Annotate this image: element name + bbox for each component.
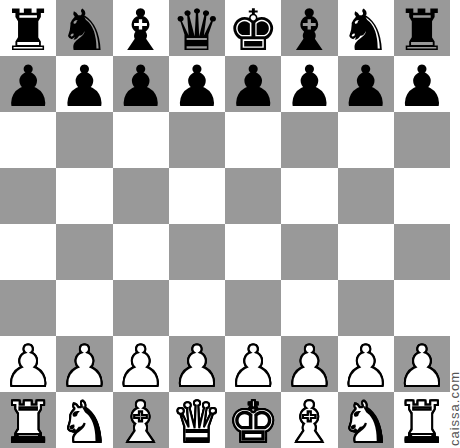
square-g5[interactable] (338, 168, 394, 224)
square-g6[interactable] (338, 112, 394, 168)
square-c7[interactable]: ♟ (113, 56, 169, 112)
square-g1[interactable]: ♞ (338, 392, 394, 448)
square-e7[interactable]: ♟ (225, 56, 281, 112)
square-f2[interactable]: ♟ (281, 336, 337, 392)
square-d6[interactable] (169, 112, 225, 168)
square-a2[interactable]: ♟ (0, 336, 56, 392)
piece-white-rook: ♜ (3, 394, 54, 448)
piece-white-pawn: ♟ (396, 338, 447, 395)
piece-black-queen: ♛ (171, 2, 222, 59)
piece-white-pawn: ♟ (115, 338, 166, 395)
piece-white-bishop: ♝ (115, 394, 166, 448)
piece-white-bishop: ♝ (284, 394, 335, 448)
square-b7[interactable]: ♟ (56, 56, 112, 112)
piece-black-knight: ♞ (340, 2, 391, 59)
square-d2[interactable]: ♟ (169, 336, 225, 392)
square-d4[interactable] (169, 224, 225, 280)
chess-diagram: ♜♞♝♛♚♝♞♜♟♟♟♟♟♟♟♟♟♟♟♟♟♟♟♟♜♞♝♛♚♝♞♜ caissa.… (0, 0, 460, 448)
square-d5[interactable] (169, 168, 225, 224)
square-h6[interactable] (394, 112, 450, 168)
caissa-watermark: caissa.com (447, 371, 460, 446)
piece-black-rook: ♜ (3, 2, 54, 59)
square-d1[interactable]: ♛ (169, 392, 225, 448)
piece-black-pawn: ♟ (228, 58, 279, 115)
square-a5[interactable] (0, 168, 56, 224)
square-c6[interactable] (113, 112, 169, 168)
piece-white-pawn: ♟ (228, 338, 279, 395)
square-g7[interactable]: ♟ (338, 56, 394, 112)
piece-black-pawn: ♟ (340, 58, 391, 115)
piece-black-pawn: ♟ (3, 58, 54, 115)
square-e1[interactable]: ♚ (225, 392, 281, 448)
square-b2[interactable]: ♟ (56, 336, 112, 392)
square-a4[interactable] (0, 224, 56, 280)
square-c3[interactable] (113, 280, 169, 336)
square-a8[interactable]: ♜ (0, 0, 56, 56)
square-d3[interactable] (169, 280, 225, 336)
piece-black-pawn: ♟ (284, 58, 335, 115)
square-a6[interactable] (0, 112, 56, 168)
piece-white-knight: ♞ (340, 394, 391, 448)
square-g4[interactable] (338, 224, 394, 280)
piece-white-queen: ♛ (171, 394, 222, 448)
square-e4[interactable] (225, 224, 281, 280)
square-b6[interactable] (56, 112, 112, 168)
piece-black-pawn: ♟ (115, 58, 166, 115)
square-b1[interactable]: ♞ (56, 392, 112, 448)
square-b5[interactable] (56, 168, 112, 224)
square-h5[interactable] (394, 168, 450, 224)
square-e6[interactable] (225, 112, 281, 168)
square-h1[interactable]: ♜ (394, 392, 450, 448)
square-b8[interactable]: ♞ (56, 0, 112, 56)
piece-black-bishop: ♝ (284, 2, 335, 59)
square-e5[interactable] (225, 168, 281, 224)
piece-white-rook: ♜ (396, 394, 447, 448)
square-h7[interactable]: ♟ (394, 56, 450, 112)
square-f6[interactable] (281, 112, 337, 168)
square-c5[interactable] (113, 168, 169, 224)
square-g3[interactable] (338, 280, 394, 336)
chess-board: ♜♞♝♛♚♝♞♜♟♟♟♟♟♟♟♟♟♟♟♟♟♟♟♟♜♞♝♛♚♝♞♜ (0, 0, 450, 448)
square-c1[interactable]: ♝ (113, 392, 169, 448)
square-g2[interactable]: ♟ (338, 336, 394, 392)
piece-white-pawn: ♟ (171, 338, 222, 395)
square-c4[interactable] (113, 224, 169, 280)
square-f4[interactable] (281, 224, 337, 280)
piece-white-pawn: ♟ (3, 338, 54, 395)
square-e3[interactable] (225, 280, 281, 336)
square-f5[interactable] (281, 168, 337, 224)
square-a1[interactable]: ♜ (0, 392, 56, 448)
square-d8[interactable]: ♛ (169, 0, 225, 56)
piece-white-pawn: ♟ (59, 338, 110, 395)
piece-black-king: ♚ (228, 2, 279, 59)
piece-white-pawn: ♟ (284, 338, 335, 395)
square-c2[interactable]: ♟ (113, 336, 169, 392)
square-a7[interactable]: ♟ (0, 56, 56, 112)
square-g8[interactable]: ♞ (338, 0, 394, 56)
square-h2[interactable]: ♟ (394, 336, 450, 392)
square-f3[interactable] (281, 280, 337, 336)
piece-white-pawn: ♟ (340, 338, 391, 395)
square-h8[interactable]: ♜ (394, 0, 450, 56)
square-f8[interactable]: ♝ (281, 0, 337, 56)
square-e2[interactable]: ♟ (225, 336, 281, 392)
square-d7[interactable]: ♟ (169, 56, 225, 112)
square-f1[interactable]: ♝ (281, 392, 337, 448)
square-a3[interactable] (0, 280, 56, 336)
square-c8[interactable]: ♝ (113, 0, 169, 56)
piece-white-knight: ♞ (59, 394, 110, 448)
square-b4[interactable] (56, 224, 112, 280)
piece-black-pawn: ♟ (171, 58, 222, 115)
square-e8[interactable]: ♚ (225, 0, 281, 56)
piece-black-pawn: ♟ (396, 58, 447, 115)
piece-black-knight: ♞ (59, 2, 110, 59)
piece-black-pawn: ♟ (59, 58, 110, 115)
square-h3[interactable] (394, 280, 450, 336)
piece-white-king: ♚ (228, 394, 279, 448)
square-f7[interactable]: ♟ (281, 56, 337, 112)
square-h4[interactable] (394, 224, 450, 280)
piece-black-bishop: ♝ (115, 2, 166, 59)
square-b3[interactable] (56, 280, 112, 336)
piece-black-rook: ♜ (396, 2, 447, 59)
